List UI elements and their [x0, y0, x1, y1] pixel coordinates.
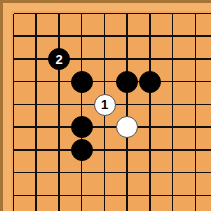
- board-point[interactable]: [93, 116, 116, 139]
- board-point[interactable]: [161, 161, 184, 184]
- board-point[interactable]: [2, 184, 25, 207]
- board-point[interactable]: [139, 116, 162, 139]
- board-point[interactable]: [70, 207, 93, 211]
- black-stone-move-2: 2: [48, 48, 70, 70]
- board-point[interactable]: [207, 48, 211, 71]
- board-point[interactable]: [93, 2, 116, 25]
- board-point[interactable]: 2: [48, 48, 71, 71]
- board-point[interactable]: [48, 184, 71, 207]
- board-point[interactable]: [207, 93, 211, 116]
- black-stone: [71, 139, 93, 161]
- board-point[interactable]: [70, 184, 93, 207]
- board-point[interactable]: [116, 2, 139, 25]
- board-point[interactable]: [48, 161, 71, 184]
- board-point[interactable]: [161, 2, 184, 25]
- board-point[interactable]: [116, 25, 139, 48]
- board-point[interactable]: [70, 93, 93, 116]
- board-point[interactable]: [25, 2, 48, 25]
- board-point[interactable]: [2, 2, 25, 25]
- board-point[interactable]: [2, 207, 25, 211]
- board-point[interactable]: [184, 116, 207, 139]
- board-point[interactable]: [25, 184, 48, 207]
- board-point[interactable]: [25, 116, 48, 139]
- board-point[interactable]: [70, 48, 93, 71]
- board-point[interactable]: [184, 139, 207, 162]
- board-point[interactable]: [25, 48, 48, 71]
- board-point[interactable]: [116, 116, 139, 139]
- board-point[interactable]: [2, 161, 25, 184]
- board-point[interactable]: [161, 139, 184, 162]
- board-point[interactable]: [207, 70, 211, 93]
- go-board-grid: 21: [2, 2, 211, 211]
- board-point[interactable]: [2, 139, 25, 162]
- board-point[interactable]: [48, 2, 71, 25]
- board-point[interactable]: [93, 25, 116, 48]
- board-point[interactable]: [139, 70, 162, 93]
- board-point[interactable]: [161, 70, 184, 93]
- board-point[interactable]: [93, 161, 116, 184]
- board-point[interactable]: [48, 70, 71, 93]
- board-point[interactable]: [184, 70, 207, 93]
- board-point[interactable]: [48, 93, 71, 116]
- board-point[interactable]: [25, 93, 48, 116]
- board-point[interactable]: [48, 139, 71, 162]
- board-point[interactable]: [93, 70, 116, 93]
- board-point[interactable]: [184, 93, 207, 116]
- board-point[interactable]: [25, 161, 48, 184]
- board-point[interactable]: [93, 207, 116, 211]
- board-point[interactable]: [116, 161, 139, 184]
- board-point[interactable]: [139, 184, 162, 207]
- board-point[interactable]: [48, 25, 71, 48]
- board-point[interactable]: [161, 116, 184, 139]
- board-point[interactable]: [184, 48, 207, 71]
- board-point[interactable]: [139, 139, 162, 162]
- board-point[interactable]: [70, 70, 93, 93]
- board-point[interactable]: [48, 207, 71, 211]
- board-point[interactable]: [161, 25, 184, 48]
- board-point[interactable]: [25, 139, 48, 162]
- board-point[interactable]: [2, 93, 25, 116]
- board-point[interactable]: [2, 25, 25, 48]
- go-board-diagram: 21: [0, 0, 211, 211]
- board-point[interactable]: [161, 207, 184, 211]
- board-point[interactable]: [139, 93, 162, 116]
- board-point[interactable]: [207, 207, 211, 211]
- board-point[interactable]: [139, 207, 162, 211]
- board-point[interactable]: [93, 48, 116, 71]
- board-point[interactable]: [25, 70, 48, 93]
- board-point[interactable]: [207, 25, 211, 48]
- black-stone: [139, 71, 161, 93]
- board-point[interactable]: [161, 48, 184, 71]
- board-point[interactable]: [2, 70, 25, 93]
- board-point[interactable]: [207, 161, 211, 184]
- board-point[interactable]: [116, 139, 139, 162]
- board-point[interactable]: [116, 207, 139, 211]
- board-point[interactable]: [93, 139, 116, 162]
- board-point[interactable]: [2, 116, 25, 139]
- board-point[interactable]: [207, 139, 211, 162]
- black-stone: [71, 71, 93, 93]
- board-point[interactable]: [207, 2, 211, 25]
- board-point[interactable]: [184, 25, 207, 48]
- board-point[interactable]: [70, 139, 93, 162]
- white-stone-move-1: 1: [94, 94, 116, 116]
- board-point[interactable]: [161, 93, 184, 116]
- board-point[interactable]: [139, 25, 162, 48]
- board-point[interactable]: [116, 48, 139, 71]
- black-stone: [116, 71, 138, 93]
- board-point[interactable]: [25, 25, 48, 48]
- board-point[interactable]: [139, 2, 162, 25]
- board-point[interactable]: [116, 184, 139, 207]
- board-point[interactable]: [184, 207, 207, 211]
- board-point[interactable]: [184, 161, 207, 184]
- black-stone: [71, 116, 93, 138]
- board-point[interactable]: [93, 184, 116, 207]
- board-point[interactable]: [161, 184, 184, 207]
- board-point[interactable]: [116, 93, 139, 116]
- board-point[interactable]: [139, 48, 162, 71]
- board-point[interactable]: 1: [93, 93, 116, 116]
- board-point[interactable]: [2, 48, 25, 71]
- board-point[interactable]: [184, 184, 207, 207]
- board-point[interactable]: [70, 116, 93, 139]
- board-point[interactable]: [48, 116, 71, 139]
- board-point[interactable]: [116, 70, 139, 93]
- board-point[interactable]: [70, 161, 93, 184]
- board-point[interactable]: [70, 2, 93, 25]
- board-point[interactable]: [25, 207, 48, 211]
- board-point[interactable]: [70, 25, 93, 48]
- board-point[interactable]: [139, 161, 162, 184]
- board-point[interactable]: [207, 116, 211, 139]
- white-stone: [116, 116, 138, 138]
- board-point[interactable]: [207, 184, 211, 207]
- board-point[interactable]: [184, 2, 207, 25]
